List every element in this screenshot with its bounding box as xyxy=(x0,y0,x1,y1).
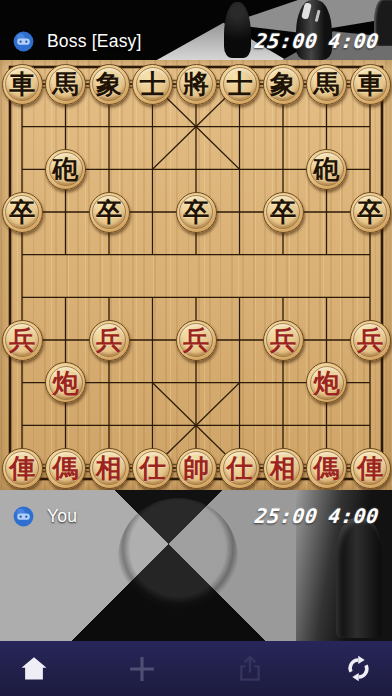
black-cannon[interactable]: 砲 xyxy=(306,149,347,190)
opponent-main-clock: 25:00 xyxy=(254,29,320,53)
player-avatar-gamepad-icon xyxy=(13,506,34,527)
red-soldier[interactable]: 兵 xyxy=(176,320,217,361)
xiangqi-board[interactable]: 車馬象士將士象馬車砲砲卒卒卒卒卒兵兵兵兵兵炮炮俥傌相仕帥仕相傌俥 xyxy=(0,60,392,490)
black-chariot[interactable]: 車 xyxy=(350,64,391,105)
red-elephant[interactable]: 相 xyxy=(263,448,304,489)
black-general[interactable]: 將 xyxy=(176,64,217,105)
black-horse[interactable]: 馬 xyxy=(45,64,86,105)
black-advisor[interactable]: 士 xyxy=(219,64,260,105)
black-soldier[interactable]: 卒 xyxy=(176,192,217,233)
black-soldier[interactable]: 卒 xyxy=(2,192,43,233)
red-general[interactable]: 帥 xyxy=(176,448,217,489)
restart-button[interactable] xyxy=(341,652,375,686)
home-icon xyxy=(19,654,49,684)
black-elephant[interactable]: 象 xyxy=(89,64,130,105)
black-soldier[interactable]: 卒 xyxy=(350,192,391,233)
black-advisor[interactable]: 士 xyxy=(132,64,173,105)
plus-icon xyxy=(125,652,159,686)
player-main-clock: 25:00 xyxy=(254,504,320,528)
black-chariot[interactable]: 車 xyxy=(2,64,43,105)
black-cannon[interactable]: 砲 xyxy=(45,149,86,190)
red-chariot[interactable]: 俥 xyxy=(350,448,391,489)
new-game-button[interactable] xyxy=(125,652,159,686)
black-horse[interactable]: 馬 xyxy=(306,64,347,105)
opponent-name: Boss [Easy] xyxy=(47,31,142,52)
red-soldier[interactable]: 兵 xyxy=(2,320,43,361)
opponent-avatar-gamepad-icon xyxy=(13,31,34,52)
opponent-clocks: 25:00 4:00 xyxy=(254,29,381,53)
bottom-navbar xyxy=(0,641,392,696)
player-name: You xyxy=(47,506,77,527)
player-clocks: 25:00 4:00 xyxy=(254,504,381,528)
black-soldier[interactable]: 卒 xyxy=(263,192,304,233)
piece-layer: 車馬象士將士象馬車砲砲卒卒卒卒卒兵兵兵兵兵炮炮俥傌相仕帥仕相傌俥 xyxy=(0,60,392,490)
share-icon xyxy=(234,653,266,685)
red-advisor[interactable]: 仕 xyxy=(132,448,173,489)
red-soldier[interactable]: 兵 xyxy=(89,320,130,361)
red-cannon[interactable]: 炮 xyxy=(306,362,347,403)
red-chariot[interactable]: 俥 xyxy=(2,448,43,489)
opponent-overtime-clock: 4:00 xyxy=(327,29,380,53)
red-horse[interactable]: 傌 xyxy=(306,448,347,489)
red-soldier[interactable]: 兵 xyxy=(350,320,391,361)
player-banner-photo: You 25:00 4:00 xyxy=(0,490,392,641)
app-screen: Boss [Easy] 25:00 4:00 車馬象士將士象馬車砲砲卒卒卒卒卒兵… xyxy=(0,0,392,696)
red-horse[interactable]: 傌 xyxy=(45,448,86,489)
opponent-banner-photo: Boss [Easy] 25:00 4:00 xyxy=(0,0,392,60)
black-soldier[interactable]: 卒 xyxy=(89,192,130,233)
red-soldier[interactable]: 兵 xyxy=(263,320,304,361)
red-elephant[interactable]: 相 xyxy=(89,448,130,489)
red-advisor[interactable]: 仕 xyxy=(219,448,260,489)
restart-icon xyxy=(343,653,374,684)
red-cannon[interactable]: 炮 xyxy=(45,362,86,403)
share-button[interactable] xyxy=(233,652,267,686)
player-overtime-clock: 4:00 xyxy=(327,504,380,528)
black-elephant[interactable]: 象 xyxy=(263,64,304,105)
home-button[interactable] xyxy=(17,652,51,686)
